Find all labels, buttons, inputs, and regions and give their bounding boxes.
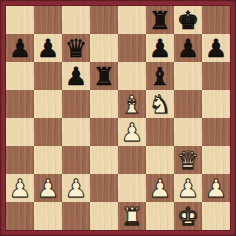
- square-a4[interactable]: [6, 118, 34, 146]
- square-d7[interactable]: [90, 34, 118, 62]
- square-e4[interactable]: ♟: [118, 118, 146, 146]
- board-frame: ♜♚♟♟♛♟♟♟♟♜♝♝♞♟♛♟♟♟♟♟♟♜♚: [0, 0, 236, 236]
- piece-black-pawn-g7[interactable]: ♟: [174, 34, 202, 62]
- piece-black-pawn-c6[interactable]: ♟: [62, 62, 90, 90]
- square-d4[interactable]: [90, 118, 118, 146]
- square-c6[interactable]: ♟: [62, 62, 90, 90]
- piece-black-rook-d6[interactable]: ♜: [90, 62, 118, 90]
- square-a8[interactable]: [6, 6, 34, 34]
- square-f8[interactable]: ♜: [146, 6, 174, 34]
- square-a3[interactable]: [6, 146, 34, 174]
- square-a5[interactable]: [6, 90, 34, 118]
- piece-white-knight-f5[interactable]: ♞: [146, 90, 174, 118]
- square-c7[interactable]: ♛: [62, 34, 90, 62]
- piece-white-pawn-g2[interactable]: ♟: [174, 174, 202, 202]
- piece-white-queen-g3[interactable]: ♛: [174, 146, 202, 174]
- square-h2[interactable]: ♟: [202, 174, 230, 202]
- piece-black-rook-f8[interactable]: ♜: [146, 6, 174, 34]
- piece-white-pawn-f2[interactable]: ♟: [146, 174, 174, 202]
- square-d6[interactable]: ♜: [90, 62, 118, 90]
- piece-black-pawn-f7[interactable]: ♟: [146, 34, 174, 62]
- square-e1[interactable]: ♜: [118, 202, 146, 230]
- piece-white-bishop-e5[interactable]: ♝: [118, 90, 146, 118]
- square-g7[interactable]: ♟: [174, 34, 202, 62]
- square-h7[interactable]: ♟: [202, 34, 230, 62]
- chess-board[interactable]: ♜♚♟♟♛♟♟♟♟♜♝♝♞♟♛♟♟♟♟♟♟♜♚: [6, 6, 230, 230]
- square-c8[interactable]: [62, 6, 90, 34]
- square-g5[interactable]: [174, 90, 202, 118]
- square-a6[interactable]: [6, 62, 34, 90]
- square-g6[interactable]: [174, 62, 202, 90]
- square-e8[interactable]: [118, 6, 146, 34]
- piece-black-queen-c7[interactable]: ♛: [62, 34, 90, 62]
- square-d2[interactable]: [90, 174, 118, 202]
- square-g1[interactable]: ♚: [174, 202, 202, 230]
- piece-white-pawn-h2[interactable]: ♟: [202, 174, 230, 202]
- square-g2[interactable]: ♟: [174, 174, 202, 202]
- square-a1[interactable]: [6, 202, 34, 230]
- square-h8[interactable]: [202, 6, 230, 34]
- piece-black-pawn-h7[interactable]: ♟: [202, 34, 230, 62]
- square-a2[interactable]: ♟: [6, 174, 34, 202]
- square-f5[interactable]: ♞: [146, 90, 174, 118]
- square-d8[interactable]: [90, 6, 118, 34]
- square-f7[interactable]: ♟: [146, 34, 174, 62]
- square-f1[interactable]: [146, 202, 174, 230]
- square-g4[interactable]: [174, 118, 202, 146]
- square-c4[interactable]: [62, 118, 90, 146]
- square-h6[interactable]: [202, 62, 230, 90]
- square-e7[interactable]: [118, 34, 146, 62]
- piece-white-pawn-e4[interactable]: ♟: [118, 118, 146, 146]
- square-b7[interactable]: ♟: [34, 34, 62, 62]
- square-c2[interactable]: ♟: [62, 174, 90, 202]
- square-f2[interactable]: ♟: [146, 174, 174, 202]
- square-g3[interactable]: ♛: [174, 146, 202, 174]
- square-h1[interactable]: [202, 202, 230, 230]
- piece-white-pawn-c2[interactable]: ♟: [62, 174, 90, 202]
- square-g8[interactable]: ♚: [174, 6, 202, 34]
- square-b6[interactable]: [34, 62, 62, 90]
- square-h3[interactable]: [202, 146, 230, 174]
- square-d3[interactable]: [90, 146, 118, 174]
- square-c1[interactable]: [62, 202, 90, 230]
- square-e3[interactable]: [118, 146, 146, 174]
- square-b5[interactable]: [34, 90, 62, 118]
- square-b8[interactable]: [34, 6, 62, 34]
- piece-black-bishop-f6[interactable]: ♝: [146, 62, 174, 90]
- piece-black-pawn-b7[interactable]: ♟: [34, 34, 62, 62]
- piece-black-king-g8[interactable]: ♚: [174, 6, 202, 34]
- square-a7[interactable]: ♟: [6, 34, 34, 62]
- square-h4[interactable]: [202, 118, 230, 146]
- square-c3[interactable]: [62, 146, 90, 174]
- square-d5[interactable]: [90, 90, 118, 118]
- square-b4[interactable]: [34, 118, 62, 146]
- piece-black-pawn-a7[interactable]: ♟: [6, 34, 34, 62]
- square-f3[interactable]: [146, 146, 174, 174]
- square-h5[interactable]: [202, 90, 230, 118]
- square-f4[interactable]: [146, 118, 174, 146]
- piece-white-rook-e1[interactable]: ♜: [118, 202, 146, 230]
- square-f6[interactable]: ♝: [146, 62, 174, 90]
- square-e5[interactable]: ♝: [118, 90, 146, 118]
- square-e2[interactable]: [118, 174, 146, 202]
- square-b2[interactable]: ♟: [34, 174, 62, 202]
- piece-white-king-g1[interactable]: ♚: [174, 202, 202, 230]
- square-d1[interactable]: [90, 202, 118, 230]
- square-c5[interactable]: [62, 90, 90, 118]
- piece-white-pawn-a2[interactable]: ♟: [6, 174, 34, 202]
- square-e6[interactable]: [118, 62, 146, 90]
- square-b1[interactable]: [34, 202, 62, 230]
- piece-white-pawn-b2[interactable]: ♟: [34, 174, 62, 202]
- square-b3[interactable]: [34, 146, 62, 174]
